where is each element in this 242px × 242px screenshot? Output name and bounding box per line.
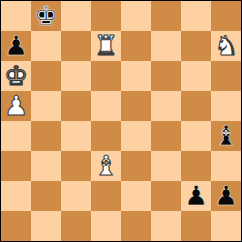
piece-black-bishop[interactable]: ♝ xyxy=(214,121,238,151)
square-h1[interactable] xyxy=(211,211,241,241)
square-g3[interactable] xyxy=(181,151,211,181)
square-h4[interactable]: ♝ xyxy=(211,121,241,151)
piece-white-rook[interactable]: ♜ xyxy=(94,31,118,61)
square-d4[interactable] xyxy=(91,121,121,151)
square-e1[interactable] xyxy=(121,211,151,241)
square-f4[interactable] xyxy=(151,121,181,151)
square-b4[interactable] xyxy=(31,121,61,151)
square-h7[interactable]: ♞ xyxy=(211,31,241,61)
square-f7[interactable] xyxy=(151,31,181,61)
square-f5[interactable] xyxy=(151,91,181,121)
square-b2[interactable] xyxy=(31,181,61,211)
square-c8[interactable] xyxy=(61,1,91,31)
square-f1[interactable] xyxy=(151,211,181,241)
piece-white-knight[interactable]: ♞ xyxy=(214,31,238,61)
square-g4[interactable] xyxy=(181,121,211,151)
square-g5[interactable] xyxy=(181,91,211,121)
square-e8[interactable] xyxy=(121,1,151,31)
square-a3[interactable] xyxy=(1,151,31,181)
square-b1[interactable] xyxy=(31,211,61,241)
square-d5[interactable] xyxy=(91,91,121,121)
square-g7[interactable] xyxy=(181,31,211,61)
square-a1[interactable] xyxy=(1,211,31,241)
piece-white-king[interactable]: ♚ xyxy=(4,61,28,91)
square-e2[interactable] xyxy=(121,181,151,211)
piece-black-pawn[interactable]: ♟ xyxy=(184,181,208,211)
square-c4[interactable] xyxy=(61,121,91,151)
square-h2[interactable]: ♟ xyxy=(211,181,241,211)
square-g6[interactable] xyxy=(181,61,211,91)
square-c7[interactable] xyxy=(61,31,91,61)
square-b3[interactable] xyxy=(31,151,61,181)
square-a5[interactable]: ♟ xyxy=(1,91,31,121)
piece-black-king[interactable]: ♚ xyxy=(34,1,58,31)
square-d3[interactable]: ♝ xyxy=(91,151,121,181)
square-d1[interactable] xyxy=(91,211,121,241)
square-g2[interactable]: ♟ xyxy=(181,181,211,211)
piece-black-pawn[interactable]: ♟ xyxy=(4,31,28,61)
square-a4[interactable] xyxy=(1,121,31,151)
square-f2[interactable] xyxy=(151,181,181,211)
square-e6[interactable] xyxy=(121,61,151,91)
square-e3[interactable] xyxy=(121,151,151,181)
piece-black-pawn[interactable]: ♟ xyxy=(214,181,238,211)
square-c6[interactable] xyxy=(61,61,91,91)
square-h5[interactable] xyxy=(211,91,241,121)
square-d6[interactable] xyxy=(91,61,121,91)
square-f8[interactable] xyxy=(151,1,181,31)
square-d7[interactable]: ♜ xyxy=(91,31,121,61)
square-a2[interactable] xyxy=(1,181,31,211)
square-b5[interactable] xyxy=(31,91,61,121)
square-b8[interactable]: ♚ xyxy=(31,1,61,31)
square-g8[interactable] xyxy=(181,1,211,31)
square-d2[interactable] xyxy=(91,181,121,211)
square-h3[interactable] xyxy=(211,151,241,181)
square-a6[interactable]: ♚ xyxy=(1,61,31,91)
square-f6[interactable] xyxy=(151,61,181,91)
square-e7[interactable] xyxy=(121,31,151,61)
square-a7[interactable]: ♟ xyxy=(1,31,31,61)
square-b7[interactable] xyxy=(31,31,61,61)
square-c2[interactable] xyxy=(61,181,91,211)
square-g1[interactable] xyxy=(181,211,211,241)
piece-white-pawn[interactable]: ♟ xyxy=(4,91,28,121)
piece-white-bishop[interactable]: ♝ xyxy=(94,151,118,181)
square-b6[interactable] xyxy=(31,61,61,91)
square-h6[interactable] xyxy=(211,61,241,91)
square-c1[interactable] xyxy=(61,211,91,241)
square-h8[interactable] xyxy=(211,1,241,31)
square-c3[interactable] xyxy=(61,151,91,181)
square-e4[interactable] xyxy=(121,121,151,151)
square-a8[interactable] xyxy=(1,1,31,31)
square-e5[interactable] xyxy=(121,91,151,121)
square-d8[interactable] xyxy=(91,1,121,31)
square-c5[interactable] xyxy=(61,91,91,121)
chess-board: ♚♟♜♞♚♟♝♝♟♟ xyxy=(0,0,242,242)
square-f3[interactable] xyxy=(151,151,181,181)
